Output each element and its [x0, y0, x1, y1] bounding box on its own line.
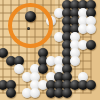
board-cell[interactable]	[15, 17, 23, 25]
board-cell[interactable]	[31, 33, 39, 41]
board-cell[interactable]	[31, 41, 39, 49]
board-cell[interactable]	[0, 33, 7, 41]
board-cell[interactable]	[23, 41, 31, 49]
board-cell[interactable]	[71, 89, 79, 97]
board-cell[interactable]	[47, 17, 55, 25]
board-cell[interactable]	[15, 33, 23, 41]
board-cell[interactable]	[7, 89, 15, 97]
board-cell[interactable]	[87, 57, 95, 65]
board-cell[interactable]	[7, 17, 15, 25]
board-cell[interactable]	[63, 89, 71, 97]
board-cell[interactable]	[87, 81, 95, 89]
preview-black-stone[interactable]	[25, 11, 36, 22]
board-cell[interactable]	[39, 25, 47, 33]
board-cell[interactable]	[15, 81, 23, 89]
board-cell[interactable]	[0, 25, 7, 33]
board-cell[interactable]	[39, 1, 47, 9]
board-cell[interactable]	[79, 57, 87, 65]
board-cell[interactable]	[0, 9, 7, 17]
board-cell[interactable]	[0, 1, 7, 9]
board-cell[interactable]	[7, 25, 15, 33]
board-cell[interactable]	[0, 65, 7, 73]
board-cell[interactable]	[79, 49, 87, 57]
board-cell[interactable]	[7, 1, 15, 9]
board-cell[interactable]	[15, 25, 23, 33]
board-cell[interactable]	[23, 33, 31, 41]
board-cell[interactable]	[15, 65, 23, 73]
board-cell[interactable]	[7, 9, 15, 17]
board-cell[interactable]	[31, 1, 39, 9]
board-cell[interactable]	[23, 49, 31, 57]
go-board[interactable]	[0, 0, 100, 100]
board-cell[interactable]	[39, 33, 47, 41]
board-cell[interactable]	[87, 49, 95, 57]
board-cell[interactable]	[71, 65, 79, 73]
board-cell[interactable]	[87, 65, 95, 73]
board-cell[interactable]	[7, 41, 15, 49]
board-cell[interactable]	[47, 41, 55, 49]
board-cell[interactable]	[0, 17, 7, 25]
board-cell[interactable]	[23, 57, 31, 65]
board-cell[interactable]	[15, 41, 23, 49]
board-cell[interactable]	[87, 89, 95, 97]
board-cell[interactable]	[47, 1, 55, 9]
stone-grid	[0, 1, 95, 97]
board-cell[interactable]	[71, 57, 79, 65]
board-cell[interactable]	[15, 9, 23, 17]
board-cell[interactable]	[0, 49, 7, 57]
board-cell[interactable]	[31, 89, 39, 97]
board-cell[interactable]	[15, 1, 23, 9]
board-cell[interactable]	[7, 33, 15, 41]
board-cell[interactable]	[79, 89, 87, 97]
board-cell[interactable]	[87, 41, 95, 49]
board-cell[interactable]	[47, 25, 55, 33]
board-cell[interactable]	[87, 25, 95, 33]
board-cell[interactable]	[39, 65, 47, 73]
board-cell[interactable]	[31, 25, 39, 33]
board-cell[interactable]	[39, 9, 47, 17]
board-cell[interactable]	[23, 1, 31, 9]
